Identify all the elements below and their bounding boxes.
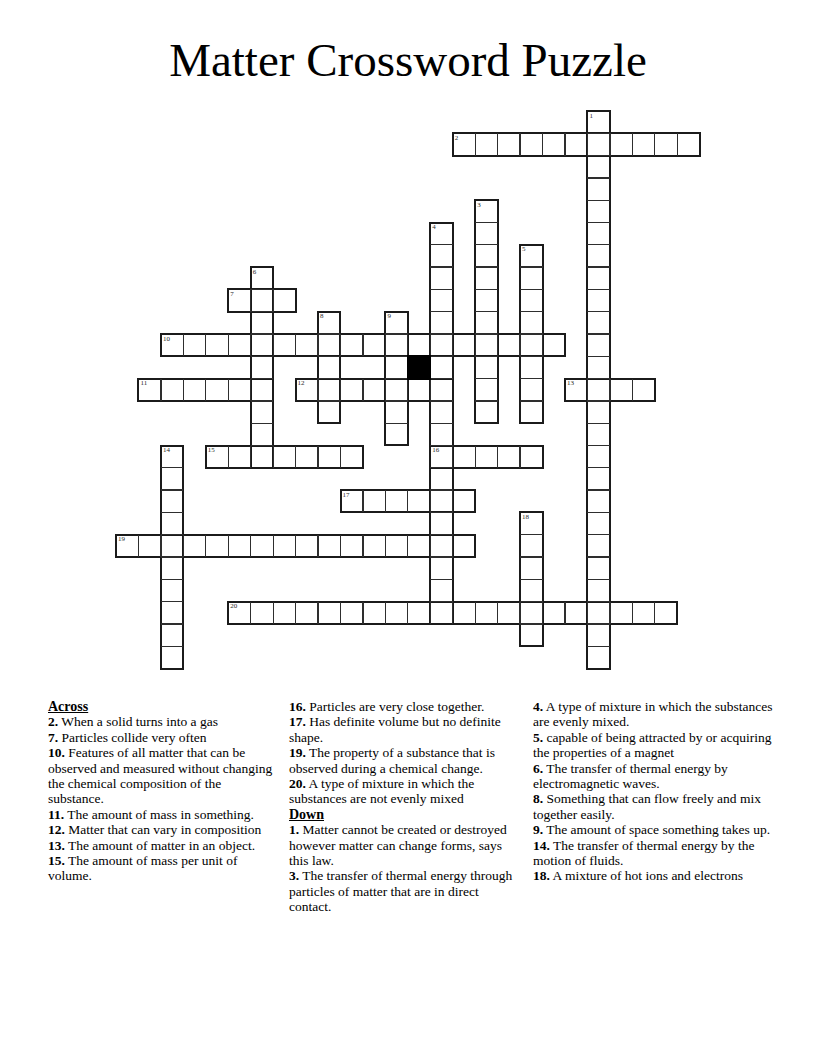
clue-number: 15. <box>48 853 65 868</box>
cell-separator <box>520 623 542 624</box>
cell-separator <box>385 379 386 401</box>
cell-separator <box>273 334 274 356</box>
cell-separator <box>250 602 251 624</box>
cell-separator <box>317 535 318 557</box>
clue-number: 16. <box>289 699 306 714</box>
cell-separator <box>430 579 452 580</box>
word-outline-8-down <box>317 311 341 425</box>
cell-separator <box>632 133 633 155</box>
cell-separator <box>430 556 452 557</box>
cell-separator <box>587 534 609 535</box>
cell-separator <box>250 334 251 356</box>
cell-separator <box>430 534 452 535</box>
crossword-grid: 2710111213151617192013456891418 <box>116 111 700 669</box>
cell-separator <box>161 489 183 490</box>
cell-separator <box>587 556 609 557</box>
cell-separator <box>542 334 543 356</box>
cell-separator <box>385 535 386 557</box>
clue-item: 8. Something that can flow freely and mi… <box>533 791 773 822</box>
clue-item: 6. The transfer of thermal energy by ele… <box>533 761 773 792</box>
cell-separator <box>295 334 296 356</box>
cell-separator <box>273 602 274 624</box>
cell-separator <box>452 602 453 624</box>
cell-separator <box>430 244 452 245</box>
cell-separator <box>520 289 542 290</box>
clue-item: 12. Matter that can vary in composition <box>48 822 274 837</box>
cell-separator <box>251 333 273 334</box>
cell-separator <box>318 378 340 379</box>
clue-number-label: 6 <box>253 269 267 277</box>
clue-number-label: 13 <box>567 380 581 388</box>
clue-column-1: Across2. When a solid turns into a gas7.… <box>48 699 274 884</box>
cell-separator <box>251 311 273 312</box>
cell-separator <box>161 646 183 647</box>
clue-item: 4. A type of mixture in which the substa… <box>533 699 773 730</box>
clue-item: 10. Features of all matter that can be o… <box>48 745 274 807</box>
cell-separator <box>317 334 318 356</box>
cell-separator <box>251 445 273 446</box>
cell-separator <box>475 378 497 379</box>
cell-separator <box>542 602 543 624</box>
cell-separator <box>161 534 183 535</box>
cell-separator <box>385 423 407 424</box>
cell-separator <box>430 489 452 490</box>
cell-separator <box>632 379 633 401</box>
cell-separator <box>430 266 452 267</box>
cell-separator <box>519 334 520 356</box>
clue-item: 19. The property of a substance that is … <box>289 745 523 776</box>
cell-separator <box>542 133 543 155</box>
clue-number: 4. <box>533 699 543 714</box>
cell-separator <box>430 289 452 290</box>
cell-separator <box>385 400 407 401</box>
clue-item: 15. The amount of mass per unit of volum… <box>48 853 274 884</box>
clue-column-3: 4. A type of mixture in which the substa… <box>533 699 773 884</box>
cell-separator <box>475 446 476 468</box>
cell-separator <box>587 356 609 357</box>
cell-separator <box>430 378 452 379</box>
clue-number-label: 9 <box>387 313 401 321</box>
cell-separator <box>475 400 497 401</box>
clue-number-label: 1 <box>589 113 603 121</box>
clue-number-label: 4 <box>432 224 446 232</box>
clue-number: 20. <box>289 776 306 791</box>
cell-separator <box>251 356 273 357</box>
clue-number: 14. <box>533 838 550 853</box>
cell-separator <box>587 400 609 401</box>
cell-separator <box>251 400 273 401</box>
cell-separator <box>362 379 363 401</box>
cell-separator <box>475 266 497 267</box>
cell-separator <box>295 602 296 624</box>
cell-separator <box>587 155 609 156</box>
cell-separator <box>317 379 318 401</box>
clue-number: 7. <box>48 730 58 745</box>
cell-separator <box>183 379 184 401</box>
clue-item: 3. The transfer of thermal energy throug… <box>289 868 523 914</box>
cell-separator <box>519 446 520 468</box>
cell-separator <box>587 467 609 468</box>
cell-separator <box>587 311 609 312</box>
clue-number-label: 11 <box>140 380 154 388</box>
clue-number: 6. <box>533 761 543 776</box>
cell-separator <box>475 133 476 155</box>
cell-separator <box>587 133 588 155</box>
cell-separator <box>475 244 497 245</box>
clue-number-label: 8 <box>320 313 334 321</box>
cell-separator <box>430 601 452 602</box>
black-cell <box>407 355 431 379</box>
cell-separator <box>250 446 251 468</box>
cell-separator <box>161 467 183 468</box>
cell-separator <box>250 289 251 311</box>
cell-separator <box>407 334 408 356</box>
word-outline-6-down <box>250 266 274 469</box>
clue-number-label: 5 <box>522 246 536 254</box>
cell-separator <box>318 356 340 357</box>
cell-separator <box>430 602 431 624</box>
cell-separator <box>385 490 386 512</box>
cell-separator <box>587 200 609 201</box>
cell-separator <box>475 356 497 357</box>
cell-separator <box>251 289 273 290</box>
cell-separator <box>587 266 609 267</box>
clue-item: 7. Particles collide very often <box>48 730 274 745</box>
cell-separator <box>564 133 565 155</box>
cell-separator <box>520 311 542 312</box>
clue-item: 18. A mixture of hot ions and electrons <box>533 868 773 883</box>
clue-number: 19. <box>289 745 306 760</box>
clue-number: 17. <box>289 714 306 729</box>
cell-separator <box>318 400 340 401</box>
cell-separator <box>430 467 452 468</box>
cell-separator <box>160 535 161 557</box>
cell-separator <box>497 602 498 624</box>
cell-separator <box>497 446 498 468</box>
cell-separator <box>317 446 318 468</box>
clue-number-label: 18 <box>522 514 536 522</box>
clue-number: 2. <box>48 714 58 729</box>
cell-separator <box>497 133 498 155</box>
cell-separator <box>362 490 363 512</box>
cell-separator <box>362 535 363 557</box>
cell-separator <box>609 133 610 155</box>
cell-separator <box>295 535 296 557</box>
cell-separator <box>520 400 542 401</box>
clue-number: 1. <box>289 822 299 837</box>
cell-separator <box>160 379 161 401</box>
cell-separator <box>475 333 497 334</box>
cell-separator <box>228 446 229 468</box>
cell-separator <box>587 289 609 290</box>
cell-separator <box>430 379 431 401</box>
clue-number: 3. <box>289 868 299 883</box>
cell-separator <box>587 133 609 134</box>
cell-separator <box>475 602 476 624</box>
word-outline-2-across <box>452 132 701 156</box>
cell-separator <box>475 222 497 223</box>
cell-separator <box>520 534 542 535</box>
cell-separator <box>587 646 609 647</box>
cell-separator <box>407 602 408 624</box>
clue-number: 8. <box>533 791 543 806</box>
cell-separator <box>340 334 341 356</box>
cell-separator <box>475 311 497 312</box>
puzzle-title: Matter Crossword Puzzle <box>0 33 816 87</box>
clue-number-label: 2 <box>455 135 469 143</box>
cell-separator <box>520 579 542 580</box>
cell-separator <box>318 333 340 334</box>
cell-separator <box>430 423 452 424</box>
cell-separator <box>587 602 588 624</box>
clue-item: 13. The amount of matter in an object. <box>48 838 274 853</box>
cell-separator <box>609 379 610 401</box>
cell-separator <box>587 423 609 424</box>
cell-separator <box>520 378 542 379</box>
clue-item: 20. A type of mixture in which the subst… <box>289 776 523 807</box>
clue-item: 16. Particles are very close together. <box>289 699 523 714</box>
cell-separator <box>564 602 565 624</box>
cell-separator <box>587 244 609 245</box>
cell-separator <box>632 602 633 624</box>
cell-separator <box>452 490 453 512</box>
clue-number-label: 12 <box>298 380 312 388</box>
cell-separator <box>587 579 609 580</box>
worksheet-page: Matter Crossword Puzzle 2710111213151617… <box>0 0 816 1056</box>
cell-separator <box>520 266 542 267</box>
cell-separator <box>587 222 609 223</box>
cell-separator <box>161 601 183 602</box>
cell-separator <box>362 334 363 356</box>
cell-separator <box>317 602 318 624</box>
clue-item: 14. The transfer of thermal energy by th… <box>533 838 773 869</box>
cell-separator <box>228 334 229 356</box>
cell-separator <box>430 311 452 312</box>
clue-number: 5. <box>533 730 543 745</box>
cell-separator <box>587 445 609 446</box>
cell-separator <box>228 535 229 557</box>
clue-number: 9. <box>533 822 543 837</box>
clue-number-label: 15 <box>208 447 222 455</box>
clue-number-label: 14 <box>163 447 177 455</box>
cell-separator <box>228 379 229 401</box>
cell-separator <box>587 512 609 513</box>
cell-separator <box>250 535 251 557</box>
cell-separator <box>161 512 183 513</box>
cell-separator <box>654 133 655 155</box>
cell-separator <box>430 535 431 557</box>
cell-separator <box>340 535 341 557</box>
cell-separator <box>205 535 206 557</box>
cell-separator <box>273 446 274 468</box>
cell-separator <box>520 601 542 602</box>
clue-item: 1. Matter cannot be created or destroyed… <box>289 822 523 868</box>
cell-separator <box>452 535 453 557</box>
clue-item: 5. capable of being attracted by or acqu… <box>533 730 773 761</box>
cell-separator <box>385 356 407 357</box>
cell-separator <box>430 356 452 357</box>
clue-number: 12. <box>48 822 65 837</box>
cell-separator <box>385 334 386 356</box>
cell-separator <box>295 446 296 468</box>
cell-separator <box>385 378 407 379</box>
cell-separator <box>497 334 498 356</box>
clue-column-2: 16. Particles are very close together.17… <box>289 699 523 915</box>
cell-separator <box>587 601 609 602</box>
cell-separator <box>251 423 273 424</box>
cell-separator <box>475 334 476 356</box>
clue-number-label: 16 <box>432 447 446 455</box>
cell-separator <box>587 623 609 624</box>
cell-separator <box>587 177 609 178</box>
clue-section-header: Across <box>48 699 274 714</box>
clue-item: 11. The amount of mass in something. <box>48 807 274 822</box>
cell-separator <box>430 400 452 401</box>
clue-item: 17. Has definite volume but no definite … <box>289 714 523 745</box>
clue-item: 9. The amount of space something takes u… <box>533 822 773 837</box>
cell-separator <box>519 133 520 155</box>
cell-separator <box>475 289 497 290</box>
cell-separator <box>587 333 609 334</box>
cell-separator <box>519 602 520 624</box>
cell-separator <box>430 333 452 334</box>
cell-separator <box>407 379 408 401</box>
clue-number-label: 10 <box>163 336 177 344</box>
clue-section-header: Down <box>289 807 523 822</box>
cell-separator <box>452 446 453 468</box>
cell-separator <box>340 446 341 468</box>
cell-separator <box>250 379 251 401</box>
cell-separator <box>340 602 341 624</box>
cell-separator <box>452 334 453 356</box>
clue-number-label: 7 <box>230 291 244 299</box>
clue-number-label: 17 <box>343 492 357 500</box>
cell-separator <box>407 490 408 512</box>
cell-separator <box>430 490 431 512</box>
cell-separator <box>183 334 184 356</box>
cell-separator <box>273 289 274 311</box>
clue-number: 11. <box>48 807 64 822</box>
cell-separator <box>161 556 183 557</box>
cell-separator <box>183 535 184 557</box>
cell-separator <box>609 602 610 624</box>
cell-separator <box>362 602 363 624</box>
cell-separator <box>205 379 206 401</box>
cell-separator <box>385 602 386 624</box>
clue-number-label: 19 <box>118 536 132 544</box>
cell-separator <box>161 623 183 624</box>
cell-separator <box>520 556 542 557</box>
word-outline-1-down <box>586 110 610 670</box>
cell-separator <box>654 602 655 624</box>
cell-separator <box>430 334 431 356</box>
cell-separator <box>587 378 609 379</box>
cell-separator <box>340 379 341 401</box>
cell-separator <box>273 535 274 557</box>
clue-number-label: 3 <box>477 202 491 210</box>
cell-separator <box>161 579 183 580</box>
cell-separator <box>430 512 452 513</box>
cell-separator <box>385 333 407 334</box>
cell-separator <box>587 489 609 490</box>
cell-separator <box>138 535 139 557</box>
cell-separator <box>587 379 588 401</box>
cell-separator <box>520 333 542 334</box>
clue-number-label: 20 <box>230 603 244 611</box>
cell-separator <box>520 356 542 357</box>
cell-separator <box>251 378 273 379</box>
cell-separator <box>205 334 206 356</box>
cell-separator <box>677 133 678 155</box>
clue-number: 18. <box>533 868 550 883</box>
clue-number: 13. <box>48 838 65 853</box>
clue-item: 2. When a solid turns into a gas <box>48 714 274 729</box>
clue-number: 10. <box>48 745 65 760</box>
cell-separator <box>407 535 408 557</box>
